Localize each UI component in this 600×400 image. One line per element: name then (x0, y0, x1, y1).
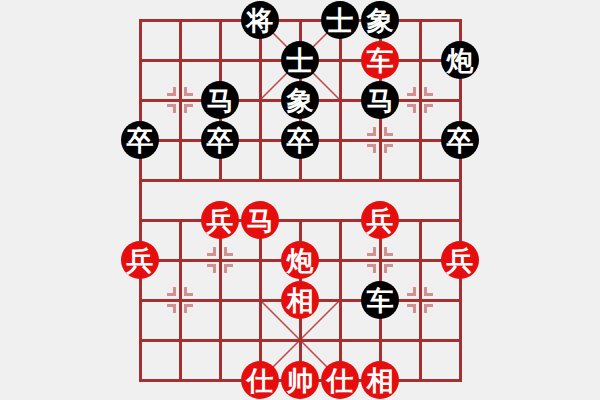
point-marker-corner (384, 264, 393, 273)
grid-line-vertical (139, 19, 142, 382)
point-marker (207, 247, 233, 273)
piece-black-general[interactable]: 将 (241, 1, 279, 39)
point-marker-corner (407, 287, 416, 296)
point-marker-corner (424, 304, 433, 313)
piece-black-advisor[interactable]: 士 (321, 1, 359, 39)
point-marker (167, 87, 193, 113)
point-marker (367, 127, 393, 153)
piece-black-soldier[interactable]: 卒 (441, 121, 479, 159)
point-marker-corner (384, 127, 393, 136)
piece-black-advisor[interactable]: 士 (281, 41, 319, 79)
point-marker-corner (424, 104, 433, 113)
grid-line-vertical (339, 219, 342, 382)
point-marker-corner (167, 87, 176, 96)
point-marker-corner (407, 104, 416, 113)
grid-line-vertical (219, 219, 222, 382)
point-marker-corner (424, 87, 433, 96)
grid-line-vertical (259, 219, 262, 382)
grid-line-vertical (339, 19, 342, 182)
piece-black-cannon[interactable]: 炮 (441, 41, 479, 79)
piece-red-soldier[interactable]: 兵 (201, 201, 239, 239)
point-marker-corner (424, 287, 433, 296)
point-marker-corner (167, 304, 176, 313)
point-marker-corner (224, 264, 233, 273)
piece-red-advisor[interactable]: 仕 (321, 361, 359, 399)
point-marker (407, 87, 433, 113)
piece-red-soldier[interactable]: 兵 (441, 241, 479, 279)
point-marker-corner (184, 87, 193, 96)
piece-red-cannon[interactable]: 炮 (281, 241, 319, 279)
piece-red-general[interactable]: 帅 (281, 361, 319, 399)
piece-black-soldier[interactable]: 卒 (281, 121, 319, 159)
piece-red-soldier[interactable]: 兵 (361, 201, 399, 239)
point-marker-corner (367, 144, 376, 153)
grid-line-vertical (259, 19, 262, 182)
point-marker-corner (367, 127, 376, 136)
piece-black-elephant[interactable]: 象 (361, 1, 399, 39)
point-marker-corner (224, 247, 233, 256)
point-marker-corner (407, 304, 416, 313)
piece-red-elephant[interactable]: 相 (281, 281, 319, 319)
point-marker-corner (367, 247, 376, 256)
piece-black-elephant[interactable]: 象 (281, 81, 319, 119)
piece-red-elephant[interactable]: 相 (361, 361, 399, 399)
piece-red-advisor[interactable]: 仕 (241, 361, 279, 399)
point-marker-corner (407, 87, 416, 96)
piece-black-chariot[interactable]: 车 (361, 281, 399, 319)
point-marker-corner (184, 104, 193, 113)
point-marker-corner (167, 287, 176, 296)
xiangqi-diagram: 将士象士车炮马象马卒卒卒卒兵马兵兵炮兵相车仕帅仕相 (0, 0, 600, 400)
point-marker-corner (184, 304, 193, 313)
point-marker-corner (167, 104, 176, 113)
point-marker (407, 287, 433, 313)
point-marker (167, 287, 193, 313)
point-marker-corner (207, 264, 216, 273)
point-marker-corner (184, 287, 193, 296)
point-marker-corner (367, 264, 376, 273)
point-marker-corner (384, 247, 393, 256)
piece-red-horse[interactable]: 马 (241, 201, 279, 239)
piece-red-chariot[interactable]: 车 (361, 41, 399, 79)
piece-black-soldier[interactable]: 卒 (201, 121, 239, 159)
piece-black-soldier[interactable]: 卒 (121, 121, 159, 159)
point-marker-corner (207, 247, 216, 256)
point-marker-corner (384, 144, 393, 153)
piece-black-horse[interactable]: 马 (361, 81, 399, 119)
piece-red-soldier[interactable]: 兵 (121, 241, 159, 279)
point-marker (367, 247, 393, 273)
piece-black-horse[interactable]: 马 (201, 81, 239, 119)
